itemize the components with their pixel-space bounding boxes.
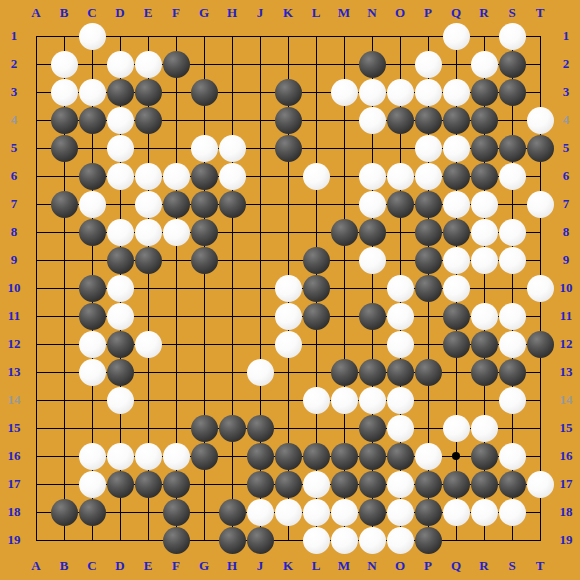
intersection-D10[interactable] bbox=[106, 274, 134, 302]
intersection-B4[interactable] bbox=[50, 106, 78, 134]
intersection-P7[interactable] bbox=[414, 190, 442, 218]
intersection-C14[interactable] bbox=[78, 386, 106, 414]
intersection-F8[interactable] bbox=[162, 218, 190, 246]
intersection-A14[interactable] bbox=[22, 386, 50, 414]
intersection-Q19[interactable] bbox=[442, 526, 470, 554]
intersection-C4[interactable] bbox=[78, 106, 106, 134]
intersection-G11[interactable] bbox=[190, 302, 218, 330]
intersection-J15[interactable] bbox=[246, 414, 274, 442]
intersection-N18[interactable] bbox=[358, 498, 386, 526]
intersection-S1[interactable] bbox=[498, 22, 526, 50]
intersection-J1[interactable] bbox=[246, 22, 274, 50]
intersection-D19[interactable] bbox=[106, 526, 134, 554]
intersection-J16[interactable] bbox=[246, 442, 274, 470]
intersection-O11[interactable] bbox=[386, 302, 414, 330]
intersection-E14[interactable] bbox=[134, 386, 162, 414]
intersection-A18[interactable] bbox=[22, 498, 50, 526]
intersection-T13[interactable] bbox=[526, 358, 554, 386]
intersection-P3[interactable] bbox=[414, 78, 442, 106]
intersection-L15[interactable] bbox=[302, 414, 330, 442]
intersection-E16[interactable] bbox=[134, 442, 162, 470]
intersection-F4[interactable] bbox=[162, 106, 190, 134]
intersection-O6[interactable] bbox=[386, 162, 414, 190]
intersection-A7[interactable] bbox=[22, 190, 50, 218]
intersection-M18[interactable] bbox=[330, 498, 358, 526]
intersection-P6[interactable] bbox=[414, 162, 442, 190]
intersection-O5[interactable] bbox=[386, 134, 414, 162]
intersection-Q3[interactable] bbox=[442, 78, 470, 106]
intersection-B8[interactable] bbox=[50, 218, 78, 246]
intersection-S10[interactable] bbox=[498, 274, 526, 302]
intersection-S12[interactable] bbox=[498, 330, 526, 358]
intersection-E17[interactable] bbox=[134, 470, 162, 498]
intersection-L5[interactable] bbox=[302, 134, 330, 162]
intersection-D15[interactable] bbox=[106, 414, 134, 442]
intersection-E10[interactable] bbox=[134, 274, 162, 302]
intersection-H19[interactable] bbox=[218, 526, 246, 554]
intersection-G16[interactable] bbox=[190, 442, 218, 470]
intersection-H15[interactable] bbox=[218, 414, 246, 442]
intersection-J12[interactable] bbox=[246, 330, 274, 358]
intersection-E11[interactable] bbox=[134, 302, 162, 330]
intersection-J11[interactable] bbox=[246, 302, 274, 330]
intersection-R13[interactable] bbox=[470, 358, 498, 386]
intersection-T6[interactable] bbox=[526, 162, 554, 190]
intersection-E6[interactable] bbox=[134, 162, 162, 190]
intersection-N19[interactable] bbox=[358, 526, 386, 554]
intersection-O19[interactable] bbox=[386, 526, 414, 554]
intersection-M2[interactable] bbox=[330, 50, 358, 78]
intersection-O10[interactable] bbox=[386, 274, 414, 302]
intersection-C18[interactable] bbox=[78, 498, 106, 526]
intersection-A9[interactable] bbox=[22, 246, 50, 274]
intersection-A1[interactable] bbox=[22, 22, 50, 50]
intersection-T3[interactable] bbox=[526, 78, 554, 106]
intersection-K9[interactable] bbox=[274, 246, 302, 274]
intersection-R14[interactable] bbox=[470, 386, 498, 414]
intersection-C3[interactable] bbox=[78, 78, 106, 106]
intersection-K6[interactable] bbox=[274, 162, 302, 190]
intersection-O13[interactable] bbox=[386, 358, 414, 386]
intersection-P18[interactable] bbox=[414, 498, 442, 526]
intersection-F16[interactable] bbox=[162, 442, 190, 470]
intersection-K4[interactable] bbox=[274, 106, 302, 134]
intersection-O3[interactable] bbox=[386, 78, 414, 106]
intersection-O14[interactable] bbox=[386, 386, 414, 414]
intersection-F18[interactable] bbox=[162, 498, 190, 526]
intersection-T17[interactable] bbox=[526, 470, 554, 498]
intersection-A16[interactable] bbox=[22, 442, 50, 470]
intersection-B15[interactable] bbox=[50, 414, 78, 442]
intersection-L7[interactable] bbox=[302, 190, 330, 218]
intersection-P12[interactable] bbox=[414, 330, 442, 358]
intersection-D13[interactable] bbox=[106, 358, 134, 386]
intersection-O8[interactable] bbox=[386, 218, 414, 246]
intersection-D11[interactable] bbox=[106, 302, 134, 330]
intersection-C1[interactable] bbox=[78, 22, 106, 50]
intersection-N12[interactable] bbox=[358, 330, 386, 358]
intersection-Q10[interactable] bbox=[442, 274, 470, 302]
intersection-C8[interactable] bbox=[78, 218, 106, 246]
intersection-S18[interactable] bbox=[498, 498, 526, 526]
intersection-A13[interactable] bbox=[22, 358, 50, 386]
intersection-R5[interactable] bbox=[470, 134, 498, 162]
intersection-L11[interactable] bbox=[302, 302, 330, 330]
intersection-E2[interactable] bbox=[134, 50, 162, 78]
intersection-O18[interactable] bbox=[386, 498, 414, 526]
intersection-B17[interactable] bbox=[50, 470, 78, 498]
intersection-L10[interactable] bbox=[302, 274, 330, 302]
intersection-J3[interactable] bbox=[246, 78, 274, 106]
intersection-K17[interactable] bbox=[274, 470, 302, 498]
intersection-G1[interactable] bbox=[190, 22, 218, 50]
intersection-D3[interactable] bbox=[106, 78, 134, 106]
intersection-H18[interactable] bbox=[218, 498, 246, 526]
intersection-B19[interactable] bbox=[50, 526, 78, 554]
intersection-E1[interactable] bbox=[134, 22, 162, 50]
intersection-N4[interactable] bbox=[358, 106, 386, 134]
intersection-H5[interactable] bbox=[218, 134, 246, 162]
intersection-M12[interactable] bbox=[330, 330, 358, 358]
intersection-G5[interactable] bbox=[190, 134, 218, 162]
intersection-J13[interactable] bbox=[246, 358, 274, 386]
intersection-S6[interactable] bbox=[498, 162, 526, 190]
intersection-M1[interactable] bbox=[330, 22, 358, 50]
intersection-Q17[interactable] bbox=[442, 470, 470, 498]
intersection-E13[interactable] bbox=[134, 358, 162, 386]
intersection-S9[interactable] bbox=[498, 246, 526, 274]
intersection-L3[interactable] bbox=[302, 78, 330, 106]
intersection-E8[interactable] bbox=[134, 218, 162, 246]
intersection-P17[interactable] bbox=[414, 470, 442, 498]
intersection-J8[interactable] bbox=[246, 218, 274, 246]
intersection-A19[interactable] bbox=[22, 526, 50, 554]
intersection-Q16[interactable] bbox=[442, 442, 470, 470]
intersection-Q5[interactable] bbox=[442, 134, 470, 162]
intersection-S2[interactable] bbox=[498, 50, 526, 78]
intersection-T11[interactable] bbox=[526, 302, 554, 330]
intersection-D14[interactable] bbox=[106, 386, 134, 414]
intersection-N6[interactable] bbox=[358, 162, 386, 190]
intersection-D6[interactable] bbox=[106, 162, 134, 190]
intersection-M8[interactable] bbox=[330, 218, 358, 246]
intersection-J17[interactable] bbox=[246, 470, 274, 498]
intersection-T1[interactable] bbox=[526, 22, 554, 50]
intersection-L6[interactable] bbox=[302, 162, 330, 190]
intersection-T12[interactable] bbox=[526, 330, 554, 358]
intersection-A5[interactable] bbox=[22, 134, 50, 162]
go-board[interactable]: AABBCCDDEEFFGGHHJJKKLLMMNNOOPPQQRRSSTT11… bbox=[0, 0, 580, 580]
intersection-F13[interactable] bbox=[162, 358, 190, 386]
intersection-C7[interactable] bbox=[78, 190, 106, 218]
intersection-F11[interactable] bbox=[162, 302, 190, 330]
intersection-H9[interactable] bbox=[218, 246, 246, 274]
intersection-C5[interactable] bbox=[78, 134, 106, 162]
intersection-O2[interactable] bbox=[386, 50, 414, 78]
intersection-R2[interactable] bbox=[470, 50, 498, 78]
intersection-R4[interactable] bbox=[470, 106, 498, 134]
intersection-C2[interactable] bbox=[78, 50, 106, 78]
intersection-T19[interactable] bbox=[526, 526, 554, 554]
intersection-N9[interactable] bbox=[358, 246, 386, 274]
intersection-N3[interactable] bbox=[358, 78, 386, 106]
intersection-K11[interactable] bbox=[274, 302, 302, 330]
intersection-M4[interactable] bbox=[330, 106, 358, 134]
intersection-H8[interactable] bbox=[218, 218, 246, 246]
intersection-M15[interactable] bbox=[330, 414, 358, 442]
intersection-H11[interactable] bbox=[218, 302, 246, 330]
intersection-K16[interactable] bbox=[274, 442, 302, 470]
intersection-L17[interactable] bbox=[302, 470, 330, 498]
intersection-R16[interactable] bbox=[470, 442, 498, 470]
intersection-M7[interactable] bbox=[330, 190, 358, 218]
intersection-C15[interactable] bbox=[78, 414, 106, 442]
intersection-F3[interactable] bbox=[162, 78, 190, 106]
intersection-P16[interactable] bbox=[414, 442, 442, 470]
intersection-H3[interactable] bbox=[218, 78, 246, 106]
intersection-F2[interactable] bbox=[162, 50, 190, 78]
intersection-N7[interactable] bbox=[358, 190, 386, 218]
intersection-C17[interactable] bbox=[78, 470, 106, 498]
intersection-O4[interactable] bbox=[386, 106, 414, 134]
intersection-Q6[interactable] bbox=[442, 162, 470, 190]
intersection-Q14[interactable] bbox=[442, 386, 470, 414]
intersection-Q8[interactable] bbox=[442, 218, 470, 246]
intersection-B7[interactable] bbox=[50, 190, 78, 218]
intersection-A12[interactable] bbox=[22, 330, 50, 358]
intersection-J9[interactable] bbox=[246, 246, 274, 274]
intersection-D9[interactable] bbox=[106, 246, 134, 274]
intersection-P4[interactable] bbox=[414, 106, 442, 134]
intersection-F17[interactable] bbox=[162, 470, 190, 498]
intersection-J7[interactable] bbox=[246, 190, 274, 218]
intersection-L14[interactable] bbox=[302, 386, 330, 414]
intersection-P14[interactable] bbox=[414, 386, 442, 414]
intersection-Q12[interactable] bbox=[442, 330, 470, 358]
intersection-T9[interactable] bbox=[526, 246, 554, 274]
intersection-H7[interactable] bbox=[218, 190, 246, 218]
intersection-E12[interactable] bbox=[134, 330, 162, 358]
intersection-B18[interactable] bbox=[50, 498, 78, 526]
intersection-H6[interactable] bbox=[218, 162, 246, 190]
intersection-B13[interactable] bbox=[50, 358, 78, 386]
intersection-R15[interactable] bbox=[470, 414, 498, 442]
intersection-Q4[interactable] bbox=[442, 106, 470, 134]
intersection-L19[interactable] bbox=[302, 526, 330, 554]
intersection-S15[interactable] bbox=[498, 414, 526, 442]
intersection-K1[interactable] bbox=[274, 22, 302, 50]
intersection-C16[interactable] bbox=[78, 442, 106, 470]
intersection-F14[interactable] bbox=[162, 386, 190, 414]
intersection-M13[interactable] bbox=[330, 358, 358, 386]
intersection-R1[interactable] bbox=[470, 22, 498, 50]
intersection-B9[interactable] bbox=[50, 246, 78, 274]
intersection-F10[interactable] bbox=[162, 274, 190, 302]
intersection-O12[interactable] bbox=[386, 330, 414, 358]
intersection-J19[interactable] bbox=[246, 526, 274, 554]
intersection-R11[interactable] bbox=[470, 302, 498, 330]
intersection-F5[interactable] bbox=[162, 134, 190, 162]
intersection-R17[interactable] bbox=[470, 470, 498, 498]
intersection-N14[interactable] bbox=[358, 386, 386, 414]
intersection-E4[interactable] bbox=[134, 106, 162, 134]
intersection-S7[interactable] bbox=[498, 190, 526, 218]
intersection-A3[interactable] bbox=[22, 78, 50, 106]
intersection-A17[interactable] bbox=[22, 470, 50, 498]
intersection-J4[interactable] bbox=[246, 106, 274, 134]
intersection-S13[interactable] bbox=[498, 358, 526, 386]
intersection-E18[interactable] bbox=[134, 498, 162, 526]
intersection-N8[interactable] bbox=[358, 218, 386, 246]
intersection-F9[interactable] bbox=[162, 246, 190, 274]
intersection-Q13[interactable] bbox=[442, 358, 470, 386]
intersection-G17[interactable] bbox=[190, 470, 218, 498]
intersection-T2[interactable] bbox=[526, 50, 554, 78]
intersection-B2[interactable] bbox=[50, 50, 78, 78]
intersection-L13[interactable] bbox=[302, 358, 330, 386]
intersection-E5[interactable] bbox=[134, 134, 162, 162]
intersection-Q15[interactable] bbox=[442, 414, 470, 442]
intersection-Q9[interactable] bbox=[442, 246, 470, 274]
intersection-T18[interactable] bbox=[526, 498, 554, 526]
intersection-D1[interactable] bbox=[106, 22, 134, 50]
intersection-G7[interactable] bbox=[190, 190, 218, 218]
intersection-E9[interactable] bbox=[134, 246, 162, 274]
intersection-M16[interactable] bbox=[330, 442, 358, 470]
intersection-N13[interactable] bbox=[358, 358, 386, 386]
intersection-T15[interactable] bbox=[526, 414, 554, 442]
intersection-R10[interactable] bbox=[470, 274, 498, 302]
intersection-H14[interactable] bbox=[218, 386, 246, 414]
intersection-M14[interactable] bbox=[330, 386, 358, 414]
intersection-K5[interactable] bbox=[274, 134, 302, 162]
intersection-P8[interactable] bbox=[414, 218, 442, 246]
intersection-L8[interactable] bbox=[302, 218, 330, 246]
intersection-G2[interactable] bbox=[190, 50, 218, 78]
intersection-S3[interactable] bbox=[498, 78, 526, 106]
intersection-G13[interactable] bbox=[190, 358, 218, 386]
intersection-K13[interactable] bbox=[274, 358, 302, 386]
intersection-B3[interactable] bbox=[50, 78, 78, 106]
intersection-S17[interactable] bbox=[498, 470, 526, 498]
intersection-H10[interactable] bbox=[218, 274, 246, 302]
intersection-H16[interactable] bbox=[218, 442, 246, 470]
intersection-K7[interactable] bbox=[274, 190, 302, 218]
intersection-T5[interactable] bbox=[526, 134, 554, 162]
intersection-J14[interactable] bbox=[246, 386, 274, 414]
intersection-A10[interactable] bbox=[22, 274, 50, 302]
intersection-J6[interactable] bbox=[246, 162, 274, 190]
intersection-H2[interactable] bbox=[218, 50, 246, 78]
intersection-C12[interactable] bbox=[78, 330, 106, 358]
intersection-M3[interactable] bbox=[330, 78, 358, 106]
intersection-C19[interactable] bbox=[78, 526, 106, 554]
intersection-D4[interactable] bbox=[106, 106, 134, 134]
intersection-D18[interactable] bbox=[106, 498, 134, 526]
intersection-K14[interactable] bbox=[274, 386, 302, 414]
intersection-G9[interactable] bbox=[190, 246, 218, 274]
intersection-O7[interactable] bbox=[386, 190, 414, 218]
intersection-F19[interactable] bbox=[162, 526, 190, 554]
intersection-Q11[interactable] bbox=[442, 302, 470, 330]
intersection-T7[interactable] bbox=[526, 190, 554, 218]
intersection-Q18[interactable] bbox=[442, 498, 470, 526]
intersection-G4[interactable] bbox=[190, 106, 218, 134]
intersection-T16[interactable] bbox=[526, 442, 554, 470]
intersection-G14[interactable] bbox=[190, 386, 218, 414]
intersection-G6[interactable] bbox=[190, 162, 218, 190]
intersection-G12[interactable] bbox=[190, 330, 218, 358]
intersection-P15[interactable] bbox=[414, 414, 442, 442]
intersection-K18[interactable] bbox=[274, 498, 302, 526]
intersection-K15[interactable] bbox=[274, 414, 302, 442]
intersection-K12[interactable] bbox=[274, 330, 302, 358]
intersection-T10[interactable] bbox=[526, 274, 554, 302]
intersection-B6[interactable] bbox=[50, 162, 78, 190]
intersection-E3[interactable] bbox=[134, 78, 162, 106]
intersection-D8[interactable] bbox=[106, 218, 134, 246]
intersection-R12[interactable] bbox=[470, 330, 498, 358]
intersection-F7[interactable] bbox=[162, 190, 190, 218]
intersection-D5[interactable] bbox=[106, 134, 134, 162]
intersection-B10[interactable] bbox=[50, 274, 78, 302]
intersection-G19[interactable] bbox=[190, 526, 218, 554]
intersection-H4[interactable] bbox=[218, 106, 246, 134]
intersection-J18[interactable] bbox=[246, 498, 274, 526]
intersection-K10[interactable] bbox=[274, 274, 302, 302]
intersection-N5[interactable] bbox=[358, 134, 386, 162]
intersection-D12[interactable] bbox=[106, 330, 134, 358]
intersection-R3[interactable] bbox=[470, 78, 498, 106]
intersection-N2[interactable] bbox=[358, 50, 386, 78]
intersection-M10[interactable] bbox=[330, 274, 358, 302]
intersection-B12[interactable] bbox=[50, 330, 78, 358]
intersection-C10[interactable] bbox=[78, 274, 106, 302]
intersection-B1[interactable] bbox=[50, 22, 78, 50]
intersection-B11[interactable] bbox=[50, 302, 78, 330]
intersection-A2[interactable] bbox=[22, 50, 50, 78]
intersection-N15[interactable] bbox=[358, 414, 386, 442]
intersection-T8[interactable] bbox=[526, 218, 554, 246]
intersection-G18[interactable] bbox=[190, 498, 218, 526]
intersection-A4[interactable] bbox=[22, 106, 50, 134]
intersection-D7[interactable] bbox=[106, 190, 134, 218]
intersection-M19[interactable] bbox=[330, 526, 358, 554]
intersection-H13[interactable] bbox=[218, 358, 246, 386]
intersection-S8[interactable] bbox=[498, 218, 526, 246]
intersection-N1[interactable] bbox=[358, 22, 386, 50]
intersection-T4[interactable] bbox=[526, 106, 554, 134]
intersection-R19[interactable] bbox=[470, 526, 498, 554]
intersection-C9[interactable] bbox=[78, 246, 106, 274]
intersection-P19[interactable] bbox=[414, 526, 442, 554]
intersection-G3[interactable] bbox=[190, 78, 218, 106]
intersection-S4[interactable] bbox=[498, 106, 526, 134]
intersection-L9[interactable] bbox=[302, 246, 330, 274]
intersection-F6[interactable] bbox=[162, 162, 190, 190]
intersection-P10[interactable] bbox=[414, 274, 442, 302]
intersection-R8[interactable] bbox=[470, 218, 498, 246]
intersection-R18[interactable] bbox=[470, 498, 498, 526]
intersection-N17[interactable] bbox=[358, 470, 386, 498]
intersection-R7[interactable] bbox=[470, 190, 498, 218]
intersection-O15[interactable] bbox=[386, 414, 414, 442]
intersection-O9[interactable] bbox=[386, 246, 414, 274]
intersection-Q1[interactable] bbox=[442, 22, 470, 50]
intersection-R9[interactable] bbox=[470, 246, 498, 274]
intersection-F1[interactable] bbox=[162, 22, 190, 50]
intersection-G8[interactable] bbox=[190, 218, 218, 246]
